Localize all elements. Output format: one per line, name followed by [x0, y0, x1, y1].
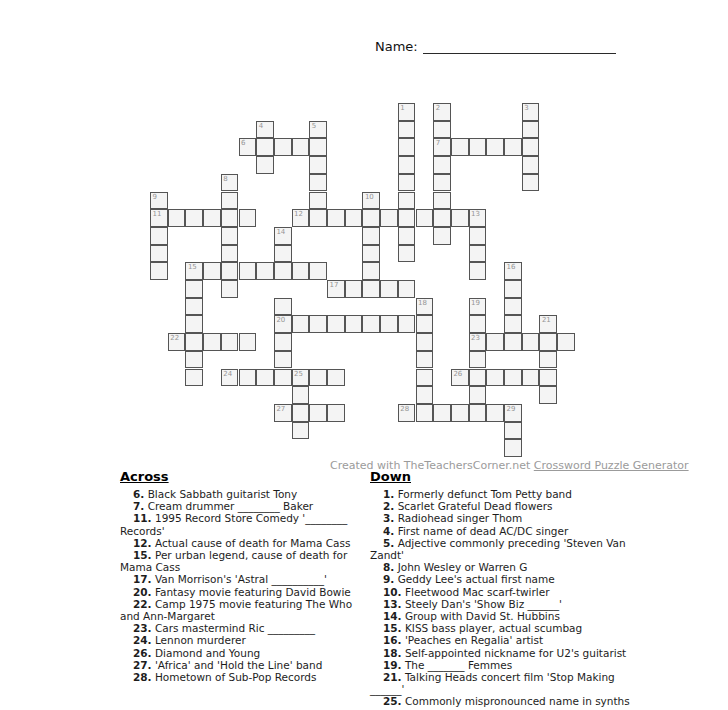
grid-cell-r6c11: [345, 209, 363, 227]
cell-number-27: 27: [276, 405, 285, 413]
grid-cell-r9c8: [292, 262, 310, 280]
grid-cell-r2c5: 6: [239, 138, 257, 156]
across-clue-number-23: 23.: [133, 622, 152, 634]
grid-cell-r2c9: [309, 138, 327, 156]
down-clue-number-8: 8.: [383, 561, 394, 573]
down-clue-number-9: 9.: [383, 573, 394, 585]
grid-cell-r6c3: [203, 209, 221, 227]
grid-cell-r12c9: [309, 315, 327, 333]
grid-cell-r13c7: [274, 333, 292, 351]
down-clue-number-19: 19.: [383, 659, 402, 671]
grid-cell-r15c6: [256, 369, 274, 387]
grid-cell-r13c15: [416, 333, 434, 351]
across-clue-12: 12. Actual cause of death for Mama Cass: [120, 537, 370, 549]
grid-cell-r17c15: [416, 404, 434, 422]
grid-cell-r10c11: [345, 280, 363, 298]
grid-cell-r12c13: [380, 315, 398, 333]
grid-cell-r5c9: [309, 192, 327, 210]
grid-cell-r11c7: [274, 298, 292, 316]
grid-cell-r9c0: [150, 262, 168, 280]
across-clue-number-6: 6.: [133, 488, 144, 500]
grid-cell-r3c9: [309, 156, 327, 174]
grid-cell-r2c17: [451, 138, 469, 156]
across-clue-number-20: 20.: [133, 586, 152, 598]
down-clue-number-13: 13.: [383, 598, 402, 610]
down-clues-section: Down 1. Formerly defunct Tom Petty band2…: [370, 469, 642, 710]
cell-number-11: 11: [153, 210, 162, 218]
grid-cell-r12c18: [469, 315, 487, 333]
grid-cell-r17c18: [469, 404, 487, 422]
grid-cell-r17c19: [486, 404, 504, 422]
grid-cell-r15c10: [327, 369, 345, 387]
across-clue-number-28: 28.: [133, 671, 152, 683]
grid-cell-r11c18: 19: [469, 298, 487, 316]
down-clue-5: 5. Adjective commonly preceding 'Steven …: [370, 537, 642, 561]
grid-cell-r6c9: [309, 209, 327, 227]
grid-cell-r6c2: [185, 209, 203, 227]
grid-cell-r17c20: 29: [504, 404, 522, 422]
down-clue-9: 9. Geddy Lee's actual first name: [370, 573, 642, 585]
grid-cell-r12c8: [292, 315, 310, 333]
grid-cell-r15c19: [486, 369, 504, 387]
grid-cell-r13c22: [539, 333, 557, 351]
grid-cell-r12c2: [185, 315, 203, 333]
grid-cell-r19c20: [504, 439, 522, 457]
grid-cell-r15c5: [239, 369, 257, 387]
down-clue-4: 4. First name of dead AC/DC singer: [370, 525, 642, 537]
grid-cell-r2c16: 7: [433, 138, 451, 156]
across-clue-number-15: 15.: [133, 549, 152, 561]
grid-cell-r9c2: 15: [185, 262, 203, 280]
grid-cell-r4c9: [309, 174, 327, 192]
cell-number-15: 15: [188, 263, 197, 271]
grid-cell-r7c4: [221, 227, 239, 245]
grid-cell-r4c14: [398, 174, 416, 192]
grid-cell-r6c0: 11: [150, 209, 168, 227]
grid-cell-r9c18: [469, 262, 487, 280]
grid-cell-r13c1: 22: [168, 333, 186, 351]
across-clue-number-11: 11.: [133, 512, 152, 524]
cell-number-23: 23: [471, 334, 480, 342]
across-clue-24: 24. Lennon murderer: [120, 634, 370, 646]
down-clue-19: 19. The _______ Femmes: [370, 659, 642, 671]
grid-cell-r3c16: [433, 156, 451, 174]
grid-cell-r0c14: 1: [398, 103, 416, 121]
grid-cell-r8c14: [398, 245, 416, 263]
down-clue-16: 16. 'Peaches en Regalia' artist: [370, 634, 642, 646]
grid-cell-r17c16: [433, 404, 451, 422]
across-clue-20: 20. Fantasy movie featuring David Bowie: [120, 586, 370, 598]
grid-cell-r12c15: [416, 315, 434, 333]
across-clue-22: 22. Camp 1975 movie featuring The Who an…: [120, 598, 370, 622]
across-clue-number-12: 12.: [133, 537, 152, 549]
down-clue-number-2: 2.: [383, 500, 394, 512]
grid-cell-r9c7: [274, 262, 292, 280]
across-clue-28: 28. Hometown of Sub-Pop Records: [120, 671, 370, 683]
grid-cell-r13c5: [239, 333, 257, 351]
grid-cell-r13c18: 23: [469, 333, 487, 351]
grid-cell-r12c11: [345, 315, 363, 333]
down-clue-number-14: 14.: [383, 610, 402, 622]
grid-cell-r1c16: [433, 121, 451, 139]
cell-number-25: 25: [294, 370, 303, 378]
grid-cell-r6c17: [451, 209, 469, 227]
across-clue-26: 26. Diamond and Young: [120, 647, 370, 659]
grid-cell-r16c8: [292, 386, 310, 404]
crossword-page: Name: 1234567891011121314151617181920212…: [0, 0, 728, 710]
across-clue-number-26: 26.: [133, 647, 152, 659]
grid-cell-r2c14: [398, 138, 416, 156]
cell-number-12: 12: [294, 210, 303, 218]
grid-cell-r15c8: 25: [292, 369, 310, 387]
grid-cell-r12c12: [362, 315, 380, 333]
grid-cell-r10c20: [504, 280, 522, 298]
down-clue-13: 13. Steely Dan's 'Show Biz ______': [370, 598, 642, 610]
grid-cell-r15c22: [539, 369, 557, 387]
across-clue-number-22: 22.: [133, 598, 152, 610]
grid-cell-r12c7: 20: [274, 315, 292, 333]
grid-cell-r5c16: [433, 192, 451, 210]
grid-cell-r17c14: 28: [398, 404, 416, 422]
name-row: Name:: [375, 39, 616, 54]
grid-cell-r4c4: 8: [221, 174, 239, 192]
grid-cell-r6c12: [362, 209, 380, 227]
grid-cell-r9c9: [309, 262, 327, 280]
grid-cell-r2c20: [504, 138, 522, 156]
grid-cell-r15c7: [274, 369, 292, 387]
grid-cell-r14c22: [539, 351, 557, 369]
grid-cell-r2c8: [292, 138, 310, 156]
cell-number-26: 26: [453, 370, 462, 378]
across-clue-11: 11. 1995 Record Store Comedy '________ R…: [120, 512, 370, 536]
grid-cell-r13c4: [221, 333, 239, 351]
across-clue-23: 23. Cars mastermind Ric _________: [120, 622, 370, 634]
cell-number-22: 22: [170, 334, 179, 342]
down-clue-number-5: 5.: [383, 537, 394, 549]
grid-cell-r15c4: 24: [221, 369, 239, 387]
across-clue-number-27: 27.: [133, 659, 152, 671]
grid-cell-r6c18: 13: [469, 209, 487, 227]
grid-cell-r12c22: 21: [539, 315, 557, 333]
cell-number-24: 24: [223, 370, 232, 378]
grid-cell-r6c10: [327, 209, 345, 227]
across-clue-number-24: 24.: [133, 634, 152, 646]
grid-cell-r5c0: 9: [150, 192, 168, 210]
grid-cell-r17c9: [309, 404, 327, 422]
grid-cell-r12c10: [327, 315, 345, 333]
down-clue-list: 1. Formerly defunct Tom Petty band2. Sca…: [370, 488, 642, 710]
grid-cell-r18c8: [292, 422, 310, 440]
cell-number-29: 29: [507, 405, 516, 413]
down-clue-number-18: 18.: [383, 647, 402, 659]
down-clue-number-16: 16.: [383, 634, 402, 646]
cell-number-19: 19: [471, 299, 480, 307]
grid-cell-r7c16: [433, 227, 451, 245]
grid-cell-r1c6: 4: [256, 121, 274, 139]
crossword-grid: 1234567891011121314151617181920212223242…: [150, 103, 575, 457]
cell-number-7: 7: [436, 139, 440, 147]
grid-cell-r14c18: [469, 351, 487, 369]
grid-cell-r15c21: [522, 369, 540, 387]
grid-cell-r7c14: [398, 227, 416, 245]
cell-number-21: 21: [542, 316, 551, 324]
cell-number-9: 9: [153, 193, 157, 201]
grid-cell-r2c18: [469, 138, 487, 156]
cell-number-17: 17: [330, 281, 339, 289]
down-clue-8: 8. John Wesley or Warren G: [370, 561, 642, 573]
grid-cell-r1c9: 5: [309, 121, 327, 139]
cell-number-13: 13: [471, 210, 480, 218]
grid-cell-r6c14: [398, 209, 416, 227]
grid-cell-r13c23: [557, 333, 575, 351]
cell-number-1: 1: [400, 104, 404, 112]
grid-cell-r2c21: [522, 138, 540, 156]
grid-cell-r6c4: [221, 209, 239, 227]
grid-cell-r15c9: [309, 369, 327, 387]
down-clue-number-3: 3.: [383, 512, 394, 524]
name-label: Name:: [375, 39, 418, 54]
grid-cell-r13c2: [185, 333, 203, 351]
grid-cell-r9c12: [362, 262, 380, 280]
cell-number-18: 18: [418, 299, 427, 307]
down-clue-10: 10. Fleetwood Mac scarf-twirler: [370, 586, 642, 598]
down-clue-18: 18. Self-appointed nickname for U2's gui…: [370, 647, 642, 659]
cell-number-16: 16: [507, 263, 516, 271]
down-clue-2: 2. Scarlet Grateful Dead flowers: [370, 500, 642, 512]
down-clue-1: 1. Formerly defunct Tom Petty band: [370, 488, 642, 500]
grid-cell-r12c20: [504, 315, 522, 333]
grid-cell-r14c2: [185, 351, 203, 369]
down-clue-number-15: 15.: [383, 622, 402, 634]
grid-cell-r8c7: [274, 245, 292, 263]
grid-cell-r11c2: [185, 298, 203, 316]
grid-cell-r6c1: [168, 209, 186, 227]
down-clue-25: 25. Commonly mispronounced name in synth…: [370, 695, 642, 707]
grid-cell-r0c21: 3: [522, 103, 540, 121]
down-clue-number-10: 10.: [383, 586, 402, 598]
grid-cell-r15c20: [504, 369, 522, 387]
grid-cell-r15c15: [416, 369, 434, 387]
grid-cell-r12c14: [398, 315, 416, 333]
grid-cell-r2c19: [486, 138, 504, 156]
grid-cell-r11c20: [504, 298, 522, 316]
grid-cell-r10c2: [185, 280, 203, 298]
grid-cell-r14c7: [274, 351, 292, 369]
grid-cell-r1c14: [398, 121, 416, 139]
grid-cell-r0c16: 2: [433, 103, 451, 121]
grid-cell-r3c21: [522, 156, 540, 174]
across-clue-number-7: 7.: [133, 500, 144, 512]
grid-cell-r14c15: [416, 351, 434, 369]
grid-cell-r10c4: [221, 280, 239, 298]
cell-number-28: 28: [400, 405, 409, 413]
grid-cell-r11c15: 18: [416, 298, 434, 316]
grid-cell-r8c18: [469, 245, 487, 263]
grid-cell-r7c12: [362, 227, 380, 245]
cell-number-14: 14: [276, 228, 285, 236]
down-header: Down: [370, 469, 642, 484]
grid-cell-r16c18: [469, 386, 487, 404]
down-clue-number-4: 4.: [383, 525, 394, 537]
grid-cell-r6c16: [433, 209, 451, 227]
across-clue-list: 6. Black Sabbath guitarist Tony7. Cream …: [120, 488, 370, 683]
grid-cell-r17c17: [451, 404, 469, 422]
grid-cell-r18c20: [504, 422, 522, 440]
grid-cell-r2c7: [274, 138, 292, 156]
grid-cell-r9c4: [221, 262, 239, 280]
down-clue-number-21: 21.: [383, 671, 402, 683]
grid-cell-r10c13: [380, 280, 398, 298]
cell-number-5: 5: [312, 122, 316, 130]
grid-cell-r9c20: 16: [504, 262, 522, 280]
grid-cell-r4c16: [433, 174, 451, 192]
cell-number-6: 6: [241, 139, 245, 147]
across-clue-7: 7. Cream drummer ________ Baker: [120, 500, 370, 512]
grid-cell-r16c22: [539, 386, 557, 404]
across-clue-number-17: 17.: [133, 573, 152, 585]
grid-cell-r2c6: [256, 138, 274, 156]
grid-cell-r5c12: 10: [362, 192, 380, 210]
down-clue-number-1: 1.: [383, 488, 394, 500]
grid-cell-r8c4: [221, 245, 239, 263]
down-clue-number-25: 25.: [383, 695, 402, 707]
down-clue-3: 3. Radiohead singer Thom: [370, 512, 642, 524]
grid-cell-r4c21: [522, 174, 540, 192]
grid-cell-r13c3: [203, 333, 221, 351]
grid-cell-r6c15: [416, 209, 434, 227]
grid-cell-r17c8: [292, 404, 310, 422]
grid-cell-r5c4: [221, 192, 239, 210]
grid-cell-r7c7: 14: [274, 227, 292, 245]
across-clues-section: Across 6. Black Sabbath guitarist Tony7.…: [120, 469, 370, 683]
grid-cell-r15c2: [185, 369, 203, 387]
cell-number-4: 4: [259, 122, 263, 130]
grid-cell-r5c14: [398, 192, 416, 210]
grid-cell-r17c10: [327, 404, 345, 422]
grid-cell-r10c14: [398, 280, 416, 298]
name-blank-line: [423, 41, 616, 54]
grid-cell-r3c14: [398, 156, 416, 174]
grid-cell-r13c21: [522, 333, 540, 351]
cell-number-8: 8: [223, 175, 227, 183]
grid-cell-r3c6: [256, 156, 274, 174]
grid-cell-r6c5: [239, 209, 257, 227]
grid-cell-r15c17: 26: [451, 369, 469, 387]
cell-number-10: 10: [365, 193, 374, 201]
grid-cell-r7c18: [469, 227, 487, 245]
grid-cell-r13c20: [504, 333, 522, 351]
grid-cell-r17c7: 27: [274, 404, 292, 422]
grid-cell-r15c18: [469, 369, 487, 387]
grid-cell-r16c15: [416, 386, 434, 404]
grid-cell-r6c13: [380, 209, 398, 227]
down-clue-21: 21. Talking Heads concert film 'Stop Mak…: [370, 671, 642, 695]
grid-cell-r8c0: [150, 245, 168, 263]
cell-number-2: 2: [436, 104, 440, 112]
grid-cell-r10c10: 17: [327, 280, 345, 298]
down-clue-14: 14. Group with David St. Hubbins: [370, 610, 642, 622]
across-clue-15: 15. Per urban legend, cause of death for…: [120, 549, 370, 573]
grid-cell-r8c12: [362, 245, 380, 263]
down-clue-15: 15. KISS bass player, actual scumbag: [370, 622, 642, 634]
grid-cell-r13c19: [486, 333, 504, 351]
grid-cell-r10c12: [362, 280, 380, 298]
grid-cell-r7c0: [150, 227, 168, 245]
across-clue-6: 6. Black Sabbath guitarist Tony: [120, 488, 370, 500]
across-header: Across: [120, 469, 370, 484]
across-clue-17: 17. Van Morrison's 'Astral __________': [120, 573, 370, 585]
grid-cell-r1c21: [522, 121, 540, 139]
grid-cell-r9c5: [239, 262, 257, 280]
grid-cell-r9c6: [256, 262, 274, 280]
cell-number-3: 3: [524, 104, 528, 112]
grid-cell-r6c8: 12: [292, 209, 310, 227]
cell-number-20: 20: [276, 316, 285, 324]
across-clue-27: 27. 'Africa' and 'Hold the Line' band: [120, 659, 370, 671]
grid-cell-r9c3: [203, 262, 221, 280]
